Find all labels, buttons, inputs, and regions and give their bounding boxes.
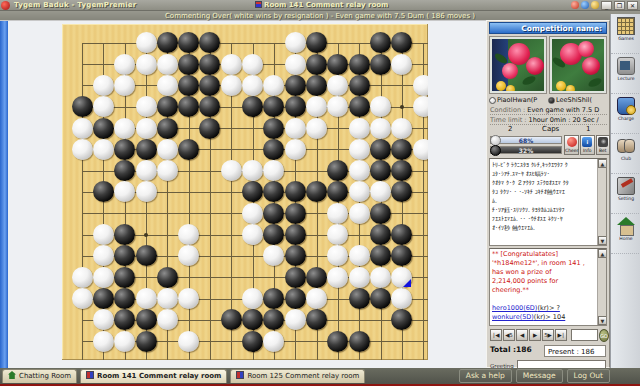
- white-stone[interactable]: [306, 118, 327, 139]
- move-number-input[interactable]: [571, 329, 598, 341]
- back-button[interactable]: ◀: [516, 329, 528, 341]
- black-stone[interactable]: [199, 54, 220, 75]
- white-stone[interactable]: [72, 267, 93, 288]
- black-stone[interactable]: [370, 32, 391, 53]
- white-stone-icon: [489, 97, 496, 104]
- white-stone[interactable]: [136, 54, 157, 75]
- tab-label: Room 141 Comment relay room: [97, 372, 221, 380]
- black-stone[interactable]: [370, 203, 391, 224]
- black-stone[interactable]: [263, 181, 284, 202]
- white-stone[interactable]: [263, 331, 284, 352]
- white-stone[interactable]: [413, 139, 428, 160]
- toolbar-label: Club: [611, 156, 640, 161]
- white-stone[interactable]: [263, 245, 284, 266]
- white-stone[interactable]: [157, 309, 178, 330]
- chat-line: ｵ･ｲｿ秒 蝕ｳｴﾏｴﾑ.: [492, 223, 598, 232]
- white-stone[interactable]: [72, 118, 93, 139]
- black-stone[interactable]: [370, 139, 391, 160]
- black-stone[interactable]: [349, 75, 370, 96]
- black-stone[interactable]: [93, 118, 114, 139]
- chat-log[interactable]: ﾄﾘ-ﾋﾞｸ ﾗｸﾆｽﾀﾖ ｸﾚﾁ,ｷｯｸｴﾜﾀﾌ ｸﾕﾀ･ｼｱﾁ.ｽﾏｰﾔ ｵ…: [489, 158, 607, 246]
- congrats-line: ** [Congratulatates]: [492, 250, 598, 259]
- window-left-edge: [0, 21, 8, 368]
- room-title: Room 141 Comment relay room: [255, 0, 388, 11]
- congrats-line: '*h184me12*', in room 141 ,: [492, 259, 598, 268]
- black-stone[interactable]: [391, 309, 412, 330]
- move-totals: Total :186 Present : 186: [490, 345, 608, 358]
- black-stone[interactable]: [370, 160, 391, 181]
- last-move-button[interactable]: ▶∣: [555, 329, 567, 341]
- black-stone[interactable]: [242, 181, 263, 202]
- tv-icon: [617, 57, 635, 75]
- board-icon: [86, 371, 94, 379]
- black-stone[interactable]: [306, 75, 327, 96]
- black-stone[interactable]: [136, 139, 157, 160]
- black-stone[interactable]: [306, 54, 327, 75]
- white-stone[interactable]: [370, 118, 391, 139]
- board-icon: [236, 371, 244, 379]
- caps-row: 2 Caps 1: [490, 125, 607, 135]
- camera-icon: [598, 137, 608, 147]
- player-names: PiaoIHwan(P LeeShiShil(: [489, 95, 607, 105]
- black-stone[interactable]: [349, 96, 370, 117]
- toolbar-item-lecture[interactable]: Lecture: [611, 54, 640, 94]
- room-tabs: Chatting RoomRoom 141 Comment relay room…: [2, 369, 365, 383]
- white-stone[interactable]: [114, 181, 135, 202]
- back-5-button[interactable]: ◀5: [503, 329, 515, 341]
- black-stone[interactable]: [263, 139, 284, 160]
- white-stone[interactable]: [242, 203, 263, 224]
- black-stone[interactable]: [93, 181, 114, 202]
- user-chat-link[interactable]: hero1000(6D)(kr)> ?: [492, 304, 598, 313]
- black-stone[interactable]: [114, 245, 135, 266]
- go-board-icon: [617, 17, 635, 35]
- present-move-label: Present : 186: [544, 345, 606, 357]
- black-gauge-knob[interactable]: [490, 145, 501, 156]
- home-icon: [8, 371, 16, 379]
- chat-line: ﾁ･ｿｱ鈺･ｽﾘｿｸｿ. ﾀﾖﾀｶﾑｺﾑｴｿﾀﾌ: [492, 205, 598, 214]
- white-stone[interactable]: [157, 75, 178, 96]
- white-stone[interactable]: [285, 118, 306, 139]
- black-stone[interactable]: [285, 203, 306, 224]
- white-stone[interactable]: [157, 54, 178, 75]
- black-stone[interactable]: [349, 331, 370, 352]
- white-stone[interactable]: [391, 267, 412, 288]
- button-label: Bet: [597, 148, 610, 153]
- black-stone[interactable]: [349, 54, 370, 75]
- white-stone[interactable]: [114, 118, 135, 139]
- white-stone[interactable]: [178, 224, 199, 245]
- white-stone[interactable]: [221, 54, 242, 75]
- blue-info-icon: i: [582, 137, 592, 147]
- white-stone[interactable]: [391, 288, 412, 309]
- black-stone[interactable]: [114, 139, 135, 160]
- black-stone[interactable]: [263, 224, 284, 245]
- total-moves-label: Total :186: [490, 345, 532, 354]
- white-stone[interactable]: [327, 245, 348, 266]
- scroll-down-icon[interactable]: ▼: [598, 236, 607, 245]
- black-stone[interactable]: [327, 54, 348, 75]
- black-stone[interactable]: [263, 118, 284, 139]
- white-stone[interactable]: [306, 96, 327, 117]
- white-stone[interactable]: [178, 331, 199, 352]
- grid-line: [82, 43, 83, 360]
- house-icon: [617, 217, 635, 235]
- tool-icon: [617, 177, 635, 195]
- white-stone[interactable]: [306, 288, 327, 309]
- black-stone[interactable]: [391, 224, 412, 245]
- tab-room-125-comment-relay-room[interactable]: Room 125 Comment relay room: [230, 369, 365, 383]
- white-stone[interactable]: [349, 160, 370, 181]
- white-player-name[interactable]: PiaoIHwan(P: [489, 95, 548, 105]
- white-stone[interactable]: [93, 75, 114, 96]
- white-stone[interactable]: [93, 224, 114, 245]
- black-stone[interactable]: [285, 96, 306, 117]
- black-stone[interactable]: [306, 32, 327, 53]
- black-stone[interactable]: [157, 32, 178, 53]
- go-button[interactable]: GO: [599, 329, 609, 342]
- black-stone[interactable]: [263, 309, 284, 330]
- black-stone[interactable]: [306, 181, 327, 202]
- black-stone[interactable]: [178, 32, 199, 53]
- white-stone[interactable]: [178, 245, 199, 266]
- last-move-marker: [403, 279, 411, 287]
- toolbar-label: Games: [611, 36, 640, 41]
- black-stone[interactable]: [178, 54, 199, 75]
- white-stone[interactable]: [114, 54, 135, 75]
- black-stone[interactable]: [136, 331, 157, 352]
- white-stone[interactable]: [157, 139, 178, 160]
- side-toolbar: GamesLectureChargeClubSettingHome: [610, 14, 640, 386]
- key-icon[interactable]: [591, 1, 599, 9]
- black-stone[interactable]: [370, 224, 391, 245]
- congrats-line: has won a prize of: [492, 268, 598, 277]
- competition-header: Competition name:: [489, 22, 607, 34]
- black-stone[interactable]: [242, 331, 263, 352]
- black-stone[interactable]: [263, 96, 284, 117]
- white-stone[interactable]: [93, 267, 114, 288]
- black-stone[interactable]: [391, 139, 412, 160]
- white-stone[interactable]: [242, 288, 263, 309]
- room-board-icon: [255, 1, 262, 8]
- black-stone[interactable]: [199, 75, 220, 96]
- tab-label: Chatting Room: [19, 372, 71, 380]
- minimize-button[interactable]: _: [601, 1, 612, 10]
- white-stone[interactable]: [263, 160, 284, 181]
- black-stone[interactable]: [391, 160, 412, 181]
- black-player-name[interactable]: LeeShiShil(: [548, 95, 607, 105]
- cheer-button[interactable]: Cheer: [564, 135, 579, 155]
- white-stone[interactable]: [242, 54, 263, 75]
- black-stone[interactable]: [285, 224, 306, 245]
- hoshi-point: [400, 105, 404, 109]
- black-stone[interactable]: [285, 288, 306, 309]
- black-stone[interactable]: [327, 331, 348, 352]
- white-stone[interactable]: [93, 139, 114, 160]
- white-stone[interactable]: [157, 288, 178, 309]
- button-label: Cheer: [565, 148, 578, 153]
- black-stone[interactable]: [285, 245, 306, 266]
- white-stone[interactable]: [370, 96, 391, 117]
- black-stone[interactable]: [349, 288, 370, 309]
- message-scrollbar[interactable]: ▲ ▼: [597, 249, 606, 325]
- palette-icon[interactable]: [571, 1, 579, 9]
- cheer-gauges: 68% 32%: [490, 136, 562, 156]
- ask-a-help-button[interactable]: Ask a help: [459, 369, 512, 383]
- app-title: Tygem Baduk - TygemPremier: [14, 0, 136, 11]
- white-stone[interactable]: [93, 96, 114, 117]
- white-stone[interactable]: [114, 75, 135, 96]
- go-board[interactable]: [62, 24, 428, 360]
- restore-button[interactable]: ❐: [614, 1, 625, 10]
- log-out-button[interactable]: Log Out: [567, 369, 610, 383]
- forward-5-button[interactable]: 5▶: [542, 329, 554, 341]
- toolbar-item-games[interactable]: Games: [611, 14, 640, 54]
- white-stone[interactable]: [114, 331, 135, 352]
- condition-line: Condition : Even game with 7.5 D: [490, 105, 607, 115]
- black-stone[interactable]: [93, 288, 114, 309]
- move-navigation: ∣◀◀5◀▶5▶▶∣ GO: [490, 329, 608, 342]
- black-stone[interactable]: [72, 96, 93, 117]
- toolbar-label: Charge: [611, 116, 640, 121]
- white-stone[interactable]: [221, 160, 242, 181]
- session-buttons: Ask a helpMessageLog Out: [459, 369, 610, 383]
- message-button[interactable]: Message: [516, 369, 563, 383]
- white-stone[interactable]: [242, 160, 263, 181]
- message-log[interactable]: ** [Congratulatates]'*h184me12*', in roo…: [489, 248, 607, 326]
- black-stone[interactable]: [114, 288, 135, 309]
- black-stone[interactable]: [178, 96, 199, 117]
- app-window: Tygem Baduk - TygemPremier Room 141 Comm…: [0, 0, 640, 386]
- black-stone[interactable]: [370, 245, 391, 266]
- white-stone[interactable]: [349, 203, 370, 224]
- black-stone[interactable]: [327, 160, 348, 181]
- black-stone[interactable]: [285, 75, 306, 96]
- white-stone[interactable]: [327, 203, 348, 224]
- chat-line: ﾄﾘ-ﾋﾞｸ ﾗｸﾆｽﾀﾖ ｸﾚﾁ,ｷｯｸｴﾜﾀﾌ ｸ: [492, 160, 598, 169]
- money-icon: [617, 97, 635, 115]
- white-stone[interactable]: [285, 54, 306, 75]
- white-stone[interactable]: [136, 32, 157, 53]
- white-stone[interactable]: [285, 309, 306, 330]
- black-stone[interactable]: [199, 118, 220, 139]
- black-stone[interactable]: [391, 181, 412, 202]
- white-stone[interactable]: [370, 181, 391, 202]
- caps-black-count: 1: [586, 125, 590, 133]
- white-stone[interactable]: [221, 75, 242, 96]
- player-avatars: [489, 36, 607, 94]
- black-stone[interactable]: [370, 288, 391, 309]
- black-stone[interactable]: [199, 32, 220, 53]
- avatar-black-player[interactable]: [549, 36, 607, 94]
- white-stone[interactable]: [413, 75, 428, 96]
- user-chat-link[interactable]: wonkure(5D)(kr)> 104: [492, 313, 598, 322]
- white-stone[interactable]: [136, 160, 157, 181]
- white-stone[interactable]: [93, 331, 114, 352]
- white-stone[interactable]: [285, 32, 306, 53]
- white-stone[interactable]: [157, 160, 178, 181]
- white-stone[interactable]: [136, 181, 157, 202]
- white-stone[interactable]: [136, 96, 157, 117]
- chat-line: ﾀｺ ﾀｸｿ･ ･ ･-ｿｷﾁ ｺｷﾁｵ蝕ｳｴﾏｴ: [492, 187, 598, 196]
- chat-line: ﾑ.: [492, 196, 598, 205]
- black-stone[interactable]: [242, 96, 263, 117]
- black-stone[interactable]: [242, 309, 263, 330]
- bottom-bar: Chatting RoomRoom 141 Comment relay room…: [0, 368, 640, 384]
- black-stone[interactable]: [157, 118, 178, 139]
- white-stone[interactable]: [136, 118, 157, 139]
- white-stone[interactable]: [391, 118, 412, 139]
- white-stone[interactable]: [327, 267, 348, 288]
- white-stone[interactable]: [370, 267, 391, 288]
- forward-button[interactable]: ▶: [529, 329, 541, 341]
- white-stone[interactable]: [349, 139, 370, 160]
- cheer-buttons: CheeriInfoBet: [564, 135, 610, 155]
- white-stone[interactable]: [349, 118, 370, 139]
- congrats-line: cheering.**: [492, 286, 598, 295]
- white-stone[interactable]: [72, 139, 93, 160]
- black-stone[interactable]: [157, 96, 178, 117]
- black-stone[interactable]: [178, 139, 199, 160]
- white-stone[interactable]: [349, 245, 370, 266]
- time-limit-line: Time limit : 1hour 0min : 20 Sec /: [490, 115, 607, 125]
- chat-line: ｸｵﾀﾏ ｸ･ｸ ２ｱｸﾀﾌ ｽﾃｸﾛｵｽｴﾏ ｸﾀ: [492, 178, 598, 187]
- white-stone[interactable]: [327, 96, 348, 117]
- white-stone[interactable]: [391, 54, 412, 75]
- first-move-button[interactable]: ∣◀: [490, 329, 502, 341]
- white-stone[interactable]: [413, 96, 428, 117]
- toolbar-item-club[interactable]: Club: [611, 134, 640, 174]
- black-cheer-gauge[interactable]: 32%: [490, 146, 562, 154]
- black-stone[interactable]: [114, 309, 135, 330]
- white-stone[interactable]: [72, 288, 93, 309]
- white-stone[interactable]: [349, 181, 370, 202]
- app-icon: [1, 1, 10, 10]
- scroll-up-icon[interactable]: ▲: [598, 159, 607, 168]
- black-stone[interactable]: [263, 203, 284, 224]
- title-bar: Tygem Baduk - TygemPremier Room 141 Comm…: [0, 0, 640, 11]
- black-stone[interactable]: [306, 309, 327, 330]
- black-stone[interactable]: [263, 288, 284, 309]
- black-stone[interactable]: [285, 181, 306, 202]
- white-stone[interactable]: [285, 139, 306, 160]
- close-button[interactable]: ✕: [627, 1, 638, 10]
- window-controls: _ ❐ ✕: [571, 1, 638, 10]
- white-stone[interactable]: [349, 267, 370, 288]
- chat-line: ﾌｴｽﾄｴﾏｴﾑ. ･･ ･ｳﾁｵｽｴ ﾈｸｿ･ﾔ: [492, 214, 598, 223]
- black-stone[interactable]: [391, 245, 412, 266]
- white-stone[interactable]: [327, 224, 348, 245]
- scroll-up-icon[interactable]: ▲: [598, 249, 607, 258]
- tab-label: Room 125 Comment relay room: [247, 372, 359, 380]
- congrats-line: 2,214,000 points for: [492, 277, 598, 286]
- black-stone[interactable]: [114, 267, 135, 288]
- white-stone[interactable]: [242, 224, 263, 245]
- black-stone[interactable]: [221, 309, 242, 330]
- button-label: Info: [581, 148, 594, 153]
- chat-scrollbar[interactable]: ▲ ▼: [597, 159, 606, 245]
- black-stone[interactable]: [136, 309, 157, 330]
- people-icon: [617, 137, 635, 155]
- black-stone-icon: [548, 97, 555, 104]
- toolbar-item-charge[interactable]: Charge: [611, 94, 640, 134]
- toolbar-item-home[interactable]: Home: [611, 214, 640, 254]
- black-stone[interactable]: [327, 181, 348, 202]
- hoshi-point: [144, 233, 148, 237]
- white-stone[interactable]: [242, 75, 263, 96]
- white-stone[interactable]: [136, 288, 157, 309]
- black-stone[interactable]: [391, 32, 412, 53]
- black-stone[interactable]: [306, 267, 327, 288]
- white-stone[interactable]: [327, 75, 348, 96]
- white-stone[interactable]: [263, 75, 284, 96]
- avatar-white-player[interactable]: [489, 36, 547, 94]
- black-stone[interactable]: [114, 160, 135, 181]
- game-info-panel: Competition name:: [486, 20, 610, 368]
- white-stone[interactable]: [178, 288, 199, 309]
- bet-button[interactable]: Bet: [596, 135, 611, 155]
- tab-chatting-room[interactable]: Chatting Room: [2, 369, 77, 383]
- info-button[interactable]: iInfo: [580, 135, 595, 155]
- red-ball-icon: [567, 137, 577, 147]
- caps-label: Caps: [542, 125, 559, 133]
- toolbar-label: Setting: [611, 196, 640, 201]
- black-stone[interactable]: [136, 245, 157, 266]
- black-stone[interactable]: [285, 267, 306, 288]
- toolbar-item-setting[interactable]: Setting: [611, 174, 640, 214]
- chat-line: ﾕﾀ･ｼｱﾁ.ｽﾏｰﾔ ｵｽﾋ蝠ﾗｿ･: [492, 169, 598, 178]
- black-stone[interactable]: [157, 267, 178, 288]
- toolbar-label: Home: [611, 236, 640, 241]
- black-stone[interactable]: [114, 224, 135, 245]
- scroll-down-icon[interactable]: ▼: [598, 316, 607, 325]
- caps-white-count: 2: [508, 125, 512, 133]
- tab-room-141-comment-relay-room[interactable]: Room 141 Comment relay room: [80, 369, 227, 383]
- black-stone[interactable]: [178, 75, 199, 96]
- globe-icon[interactable]: [581, 1, 589, 9]
- black-stone[interactable]: [370, 54, 391, 75]
- white-cheer-gauge[interactable]: 68%: [490, 136, 562, 144]
- black-stone[interactable]: [199, 96, 220, 117]
- toolbar-label: Lecture: [611, 76, 640, 81]
- white-stone[interactable]: [93, 309, 114, 330]
- white-stone[interactable]: [93, 245, 114, 266]
- board-panel: [8, 21, 486, 368]
